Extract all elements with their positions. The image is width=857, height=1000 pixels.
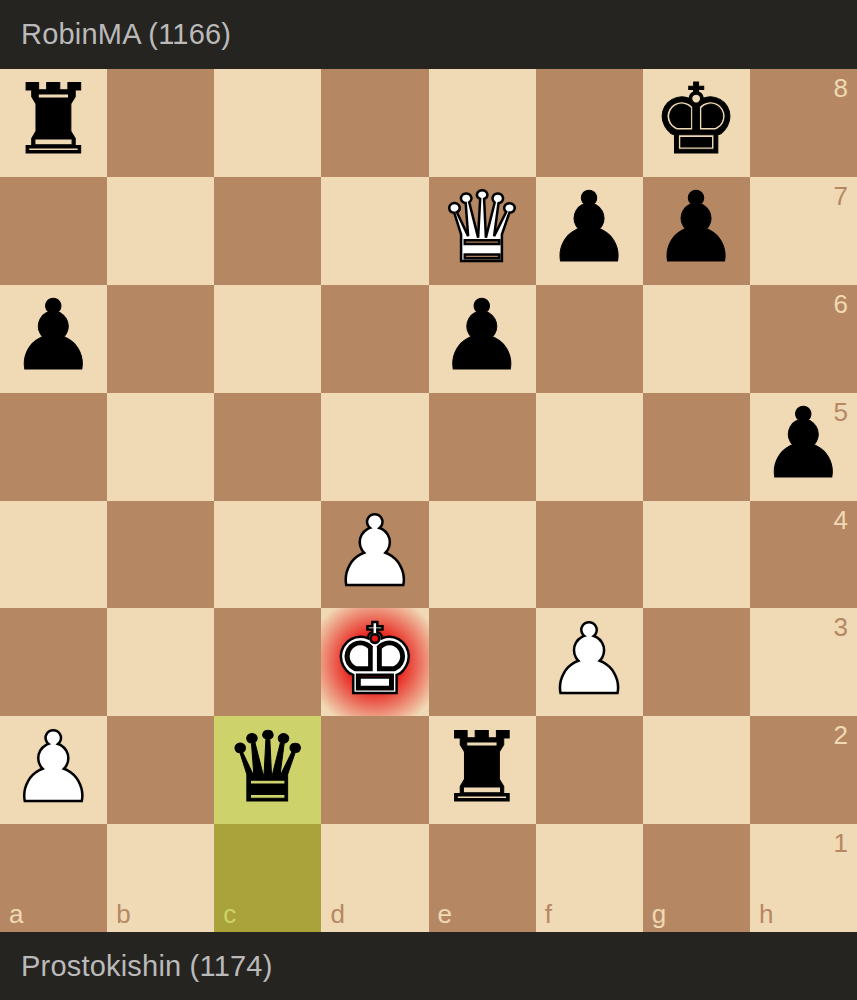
square-d7[interactable] (321, 177, 428, 285)
square-a4[interactable] (0, 501, 107, 609)
square-d4[interactable]: ♟ (321, 501, 428, 609)
square-f8[interactable] (536, 69, 643, 177)
square-b3[interactable] (107, 608, 214, 716)
square-c1[interactable]: c (214, 824, 321, 932)
square-b6[interactable] (107, 285, 214, 393)
square-a8[interactable]: ♜ (0, 69, 107, 177)
square-h1[interactable]: h1 (750, 824, 857, 932)
square-e6[interactable]: ♟ (429, 285, 536, 393)
square-a3[interactable] (0, 608, 107, 716)
square-h4[interactable]: 4 (750, 501, 857, 609)
piece-black-pawn[interactable]: ♟ (760, 395, 847, 492)
square-h8[interactable]: 8 (750, 69, 857, 177)
square-e5[interactable] (429, 393, 536, 501)
square-c5[interactable] (214, 393, 321, 501)
square-d3[interactable]: ♚ (321, 608, 428, 716)
coord-rank-2: 2 (834, 720, 848, 751)
square-f6[interactable] (536, 285, 643, 393)
square-f4[interactable] (536, 501, 643, 609)
square-a6[interactable]: ♟ (0, 285, 107, 393)
square-g5[interactable] (643, 393, 750, 501)
coord-rank-3: 3 (834, 612, 848, 643)
square-a7[interactable] (0, 177, 107, 285)
piece-black-pawn[interactable]: ♟ (653, 179, 740, 276)
coord-rank-4: 4 (834, 505, 848, 536)
piece-white-pawn[interactable]: ♟ (546, 611, 633, 708)
piece-white-queen[interactable]: ♛ (439, 179, 526, 276)
square-e4[interactable] (429, 501, 536, 609)
piece-black-rook[interactable]: ♜ (439, 719, 526, 816)
piece-white-pawn[interactable]: ♟ (10, 719, 97, 816)
square-c4[interactable] (214, 501, 321, 609)
coord-file-g: g (652, 899, 666, 930)
square-a2[interactable]: ♟ (0, 716, 107, 824)
square-d2[interactable] (321, 716, 428, 824)
coord-file-f: f (545, 899, 552, 930)
square-f7[interactable]: ♟ (536, 177, 643, 285)
square-c2[interactable]: ♛ (214, 716, 321, 824)
square-a5[interactable] (0, 393, 107, 501)
square-h5[interactable]: 5♟ (750, 393, 857, 501)
piece-black-queen[interactable]: ♛ (224, 719, 311, 816)
chess-board: ♜♚8♛♟♟7♟♟65♟♟4♚♟3♟♛♜2abcdefgh1 (0, 69, 857, 932)
square-h2[interactable]: 2 (750, 716, 857, 824)
coord-file-b: b (116, 899, 130, 930)
square-f2[interactable] (536, 716, 643, 824)
square-d5[interactable] (321, 393, 428, 501)
square-g3[interactable] (643, 608, 750, 716)
piece-white-king[interactable]: ♚ (331, 611, 418, 708)
piece-black-pawn[interactable]: ♟ (546, 179, 633, 276)
square-g7[interactable]: ♟ (643, 177, 750, 285)
square-f1[interactable]: f (536, 824, 643, 932)
player-name-top[interactable]: RobinMA (1166) (21, 18, 231, 51)
square-d1[interactable]: d (321, 824, 428, 932)
coord-file-e: e (438, 899, 452, 930)
coord-file-d: d (330, 899, 344, 930)
coord-rank-6: 6 (834, 289, 848, 320)
square-e3[interactable] (429, 608, 536, 716)
square-c8[interactable] (214, 69, 321, 177)
square-b4[interactable] (107, 501, 214, 609)
coord-rank-1: 1 (834, 828, 848, 859)
square-f3[interactable]: ♟ (536, 608, 643, 716)
player-bar-bottom: Prostokishin (1174) (0, 932, 857, 1000)
player-name-bottom[interactable]: Prostokishin (1174) (21, 950, 273, 983)
square-e8[interactable] (429, 69, 536, 177)
piece-black-king[interactable]: ♚ (653, 71, 740, 168)
game-screen: RobinMA (1166) ♜♚8♛♟♟7♟♟65♟♟4♚♟3♟♛♜2abcd… (0, 0, 857, 1000)
piece-black-pawn[interactable]: ♟ (439, 287, 526, 384)
square-h3[interactable]: 3 (750, 608, 857, 716)
coord-file-h: h (759, 899, 773, 930)
square-e2[interactable]: ♜ (429, 716, 536, 824)
square-g2[interactable] (643, 716, 750, 824)
square-e1[interactable]: e (429, 824, 536, 932)
coord-file-a: a (9, 899, 23, 930)
square-b1[interactable]: b (107, 824, 214, 932)
square-c7[interactable] (214, 177, 321, 285)
player-bar-top: RobinMA (1166) (0, 0, 857, 69)
square-a1[interactable]: a (0, 824, 107, 932)
coord-file-c: c (223, 899, 236, 930)
piece-black-rook[interactable]: ♜ (10, 71, 97, 168)
square-c6[interactable] (214, 285, 321, 393)
square-g1[interactable]: g (643, 824, 750, 932)
square-g6[interactable] (643, 285, 750, 393)
square-e7[interactable]: ♛ (429, 177, 536, 285)
square-f5[interactable] (536, 393, 643, 501)
coord-rank-7: 7 (834, 181, 848, 212)
square-d6[interactable] (321, 285, 428, 393)
square-b8[interactable] (107, 69, 214, 177)
coord-rank-8: 8 (834, 73, 848, 104)
piece-black-pawn[interactable]: ♟ (10, 287, 97, 384)
square-b7[interactable] (107, 177, 214, 285)
square-g4[interactable] (643, 501, 750, 609)
square-h7[interactable]: 7 (750, 177, 857, 285)
square-b5[interactable] (107, 393, 214, 501)
square-c3[interactable] (214, 608, 321, 716)
square-g8[interactable]: ♚ (643, 69, 750, 177)
square-b2[interactable] (107, 716, 214, 824)
piece-white-pawn[interactable]: ♟ (331, 503, 418, 600)
square-h6[interactable]: 6 (750, 285, 857, 393)
square-d8[interactable] (321, 69, 428, 177)
